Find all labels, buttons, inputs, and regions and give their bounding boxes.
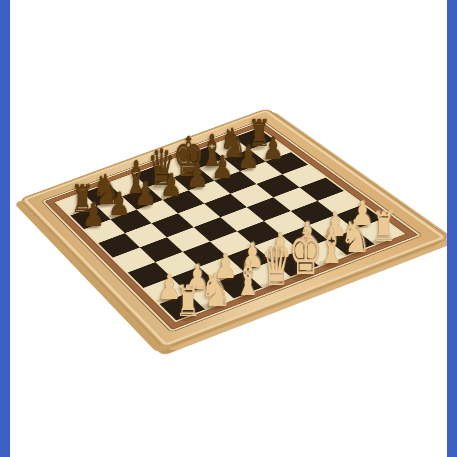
product-photo: ♜♞♝♛♚♝♞♜♟♟♟♟♟♟♟♟♟♟♟♟♟♟♟♟♜♞♝♛♚♝♞♜ — [0, 0, 457, 457]
board-inner-border — [42, 120, 422, 332]
right-blue-bar — [447, 0, 457, 457]
chess-board — [19, 108, 451, 349]
board-grid — [55, 127, 406, 322]
left-blue-bar — [0, 0, 10, 457]
